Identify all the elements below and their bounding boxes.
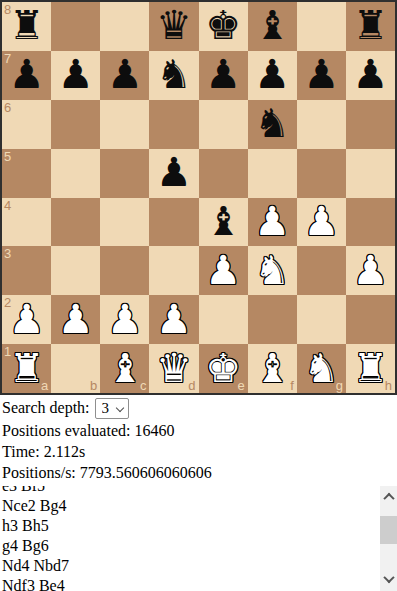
black-knight: ♞ xyxy=(156,54,192,94)
square-a8[interactable]: 8♜ xyxy=(2,2,51,51)
time-text: Time: 2.112s xyxy=(0,441,397,462)
square-f3[interactable]: ♞ xyxy=(248,246,297,295)
square-f8[interactable]: ♝ xyxy=(248,2,297,51)
square-g3[interactable] xyxy=(297,246,346,295)
white-queen: ♛ xyxy=(156,348,192,388)
square-f6[interactable]: ♞ xyxy=(248,100,297,149)
square-d2[interactable]: ♟ xyxy=(149,295,198,344)
square-h3[interactable]: ♟ xyxy=(346,246,395,295)
white-knight: ♞ xyxy=(303,348,339,388)
square-e4[interactable]: ♝ xyxy=(199,198,248,247)
square-a4[interactable]: 4 xyxy=(2,198,51,247)
square-c2[interactable]: ♟ xyxy=(100,295,149,344)
positions-per-second-text: Positions/s: 7793.560606060606 xyxy=(0,462,397,483)
scrollbar-down-button[interactable] xyxy=(380,571,397,586)
rank-label-4: 4 xyxy=(4,198,11,213)
white-pawn: ♟ xyxy=(9,299,45,339)
black-pawn: ♟ xyxy=(156,152,192,192)
black-bishop: ♝ xyxy=(254,5,290,45)
black-pawn: ♟ xyxy=(353,54,389,94)
positions-evaluated-text: Positions evaluated: 16460 xyxy=(0,420,397,441)
white-pawn: ♟ xyxy=(107,299,143,339)
black-pawn: ♟ xyxy=(303,54,339,94)
square-e8[interactable]: ♚ xyxy=(199,2,248,51)
square-h1[interactable]: h♜ xyxy=(346,344,395,393)
square-d7[interactable]: ♞ xyxy=(149,51,198,100)
black-bishop: ♝ xyxy=(205,201,241,241)
square-c5[interactable] xyxy=(100,149,149,198)
white-pawn: ♟ xyxy=(58,299,94,339)
square-c1[interactable]: c♝ xyxy=(100,344,149,393)
square-a3[interactable]: 3 xyxy=(2,246,51,295)
square-g2[interactable] xyxy=(297,295,346,344)
scrollbar-thumb[interactable] xyxy=(380,516,397,544)
square-g7[interactable]: ♟ xyxy=(297,51,346,100)
square-g6[interactable] xyxy=(297,100,346,149)
square-e3[interactable]: ♟ xyxy=(199,246,248,295)
search-depth-select[interactable]: 3 xyxy=(95,398,129,419)
square-h5[interactable] xyxy=(346,149,395,198)
white-pawn: ♟ xyxy=(205,250,241,290)
chess-board[interactable]: 8♜♛♚♝♜7♟♟♟♞♟♟♟♟6♞5♟4♝♟♟3♟♞♟2♟♟♟♟1a♜bc♝d♛… xyxy=(0,0,397,395)
square-d3[interactable] xyxy=(149,246,198,295)
square-f1[interactable]: f♝ xyxy=(248,344,297,393)
move-line: Ndf3 Be4 xyxy=(2,576,397,591)
square-e7[interactable]: ♟ xyxy=(199,51,248,100)
chevron-up-icon xyxy=(383,492,394,503)
white-king: ♚ xyxy=(205,348,241,388)
square-d1[interactable]: d♛ xyxy=(149,344,198,393)
black-pawn: ♟ xyxy=(107,54,143,94)
white-bishop: ♝ xyxy=(107,348,143,388)
square-e2[interactable] xyxy=(199,295,248,344)
square-g4[interactable]: ♟ xyxy=(297,198,346,247)
black-rook: ♜ xyxy=(353,5,389,45)
white-bishop: ♝ xyxy=(254,348,290,388)
search-depth-row: Search depth: 3 xyxy=(0,396,397,420)
white-pawn: ♟ xyxy=(303,201,339,241)
square-a1[interactable]: 1a♜ xyxy=(2,344,51,393)
white-pawn: ♟ xyxy=(156,299,192,339)
square-f7[interactable]: ♟ xyxy=(248,51,297,100)
square-h8[interactable]: ♜ xyxy=(346,2,395,51)
white-knight: ♞ xyxy=(254,250,290,290)
square-c4[interactable] xyxy=(100,198,149,247)
black-knight: ♞ xyxy=(254,103,290,143)
square-e6[interactable] xyxy=(199,100,248,149)
square-c7[interactable]: ♟ xyxy=(100,51,149,100)
square-a2[interactable]: 2♟ xyxy=(2,295,51,344)
rank-label-5: 5 xyxy=(4,149,11,164)
square-b5[interactable] xyxy=(51,149,100,198)
square-d5[interactable]: ♟ xyxy=(149,149,198,198)
move-list[interactable]: e3 Bf5Nce2 Bg4h3 Bh5g4 Bg6Nd4 Nbd7Ndf3 B… xyxy=(0,486,397,591)
square-b6[interactable] xyxy=(51,100,100,149)
move-line: Nd4 Nbd7 xyxy=(2,556,397,576)
square-g5[interactable] xyxy=(297,149,346,198)
black-king: ♚ xyxy=(205,5,241,45)
black-pawn: ♟ xyxy=(205,54,241,94)
square-b3[interactable] xyxy=(51,246,100,295)
square-h4[interactable] xyxy=(346,198,395,247)
square-d8[interactable]: ♛ xyxy=(149,2,198,51)
square-c8[interactable] xyxy=(100,2,149,51)
black-pawn: ♟ xyxy=(254,54,290,94)
move-line: g4 Bg6 xyxy=(2,536,397,556)
rank-label-6: 6 xyxy=(4,100,11,115)
white-rook: ♜ xyxy=(9,348,45,388)
square-e1[interactable]: e♚ xyxy=(199,344,248,393)
square-e5[interactable] xyxy=(199,149,248,198)
square-d4[interactable] xyxy=(149,198,198,247)
black-rook: ♜ xyxy=(9,5,45,45)
move-line: Nce2 Bg4 xyxy=(2,496,397,516)
square-b1[interactable]: b xyxy=(51,344,100,393)
square-a6[interactable]: 6 xyxy=(2,100,51,149)
move-list-content: e3 Bf5Nce2 Bg4h3 Bh5g4 Bg6Nd4 Nbd7Ndf3 B… xyxy=(0,486,397,591)
scrollbar-up-button[interactable] xyxy=(380,489,397,504)
black-pawn: ♟ xyxy=(9,54,45,94)
chevron-down-icon xyxy=(383,571,394,582)
square-h2[interactable] xyxy=(346,295,395,344)
square-f5[interactable] xyxy=(248,149,297,198)
square-d6[interactable] xyxy=(149,100,198,149)
search-depth-label: Search depth: xyxy=(2,399,90,417)
square-b2[interactable]: ♟ xyxy=(51,295,100,344)
move-line: e3 Bf5 xyxy=(2,486,397,496)
square-a5[interactable]: 5 xyxy=(2,149,51,198)
white-pawn: ♟ xyxy=(353,250,389,290)
black-pawn: ♟ xyxy=(58,54,94,94)
square-b8[interactable] xyxy=(51,2,100,51)
move-line: h3 Bh5 xyxy=(2,516,397,536)
file-label-b: b xyxy=(90,378,97,393)
square-b4[interactable] xyxy=(51,198,100,247)
square-g1[interactable]: g♞ xyxy=(297,344,346,393)
square-c3[interactable] xyxy=(100,246,149,295)
square-h6[interactable] xyxy=(346,100,395,149)
square-b7[interactable]: ♟ xyxy=(51,51,100,100)
white-pawn: ♟ xyxy=(254,201,290,241)
square-a7[interactable]: 7♟ xyxy=(2,51,51,100)
file-label-f: f xyxy=(290,378,294,393)
square-h7[interactable]: ♟ xyxy=(346,51,395,100)
black-queen: ♛ xyxy=(156,5,192,45)
square-c6[interactable] xyxy=(100,100,149,149)
white-rook: ♜ xyxy=(353,348,389,388)
move-list-scrollbar[interactable] xyxy=(380,486,397,591)
rank-label-3: 3 xyxy=(4,246,11,261)
search-depth-select-wrap: 3 xyxy=(95,398,129,419)
square-g8[interactable] xyxy=(297,2,346,51)
square-f2[interactable] xyxy=(248,295,297,344)
square-f4[interactable]: ♟ xyxy=(248,198,297,247)
